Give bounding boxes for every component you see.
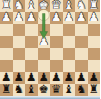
piece-white-king[interactable]: ♚ [39,0,49,11]
square-e5[interactable] [38,48,51,60]
square-h8[interactable]: ♜ [0,84,13,96]
chess-app: ♜♞♝♚♛♝♞♜♟♟♟♟♟♟♟♟♟♟♟♟♟♟♟♟♜♞♝♚♛♝♞♜ [0,0,100,99]
square-h4[interactable] [0,36,13,48]
square-f8[interactable]: ♝ [25,84,38,96]
piece-white-pawn[interactable]: ♟ [64,12,74,24]
square-b3[interactable] [75,24,88,36]
window-edge-strip [0,96,100,99]
piece-black-bishop[interactable]: ♝ [64,84,74,96]
piece-white-pawn[interactable]: ♟ [89,12,99,24]
square-h5[interactable] [0,48,13,60]
square-b2[interactable]: ♟ [75,12,88,24]
piece-black-bishop[interactable]: ♝ [26,84,36,96]
piece-white-pawn[interactable]: ♟ [1,12,11,24]
piece-black-rook[interactable]: ♜ [1,84,11,96]
piece-white-pawn[interactable]: ♟ [26,12,36,24]
square-g2[interactable]: ♟ [13,12,26,24]
square-a2[interactable]: ♟ [88,12,101,24]
square-c5[interactable] [63,48,76,60]
square-h2[interactable]: ♟ [0,12,13,24]
piece-white-pawn[interactable]: ♟ [76,12,86,24]
square-b8[interactable]: ♞ [75,84,88,96]
square-f2[interactable]: ♟ [25,12,38,24]
square-d5[interactable] [50,48,63,60]
piece-black-knight[interactable]: ♞ [14,84,24,96]
piece-white-pawn[interactable]: ♟ [14,12,24,24]
square-c3[interactable] [63,24,76,36]
piece-black-king[interactable]: ♚ [39,84,49,96]
square-c8[interactable]: ♝ [63,84,76,96]
square-a4[interactable] [88,36,101,48]
square-a3[interactable] [88,24,101,36]
square-e2[interactable] [38,12,51,24]
square-d3[interactable] [50,24,63,36]
square-d2[interactable]: ♟ [50,12,63,24]
square-e8[interactable]: ♚ [38,84,51,96]
piece-black-queen[interactable]: ♛ [51,84,61,96]
square-a8[interactable]: ♜ [88,84,101,96]
piece-black-knight[interactable]: ♞ [76,84,86,96]
piece-white-pawn[interactable]: ♟ [51,12,61,24]
square-c2[interactable]: ♟ [63,12,76,24]
square-g5[interactable] [13,48,26,60]
square-g3[interactable] [13,24,26,36]
square-a5[interactable] [88,48,101,60]
square-d4[interactable] [50,36,63,48]
chess-board: ♜♞♝♚♛♝♞♜♟♟♟♟♟♟♟♟♟♟♟♟♟♟♟♟♜♞♝♚♛♝♞♜ [0,0,100,96]
piece-black-rook[interactable]: ♜ [89,84,99,96]
square-g4[interactable] [13,36,26,48]
square-h3[interactable] [0,24,13,36]
square-f4[interactable] [25,36,38,48]
piece-white-pawn[interactable]: ♟ [39,36,49,48]
square-d8[interactable]: ♛ [50,84,63,96]
square-b5[interactable] [75,48,88,60]
square-e4[interactable]: ♟ [38,36,51,48]
square-g8[interactable]: ♞ [13,84,26,96]
square-f5[interactable] [25,48,38,60]
square-c4[interactable] [63,36,76,48]
square-f3[interactable] [25,24,38,36]
square-e1[interactable]: ♚ [38,0,51,12]
square-b4[interactable] [75,36,88,48]
